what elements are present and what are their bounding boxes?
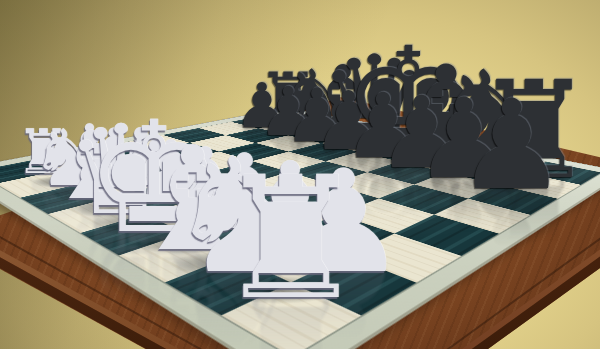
black-pawn-h7[interactable]: ♟ [450, 84, 574, 208]
white-rook-h1[interactable]: ♜ [207, 155, 376, 324]
pieces-layer: ♜♜♞♞♝♝♛♛♚♚♝♝♞♞♜♜♟♟♟♟♟♟♟♟♟♟♟♟♟♟♟♟♟♟♟♟♟♟♟♟… [0, 0, 600, 349]
chess-3d-scene: ♜♜♞♞♝♝♛♛♚♚♝♝♞♞♜♜♟♟♟♟♟♟♟♟♟♟♟♟♟♟♟♟♟♟♟♟♟♟♟♟… [0, 0, 600, 349]
